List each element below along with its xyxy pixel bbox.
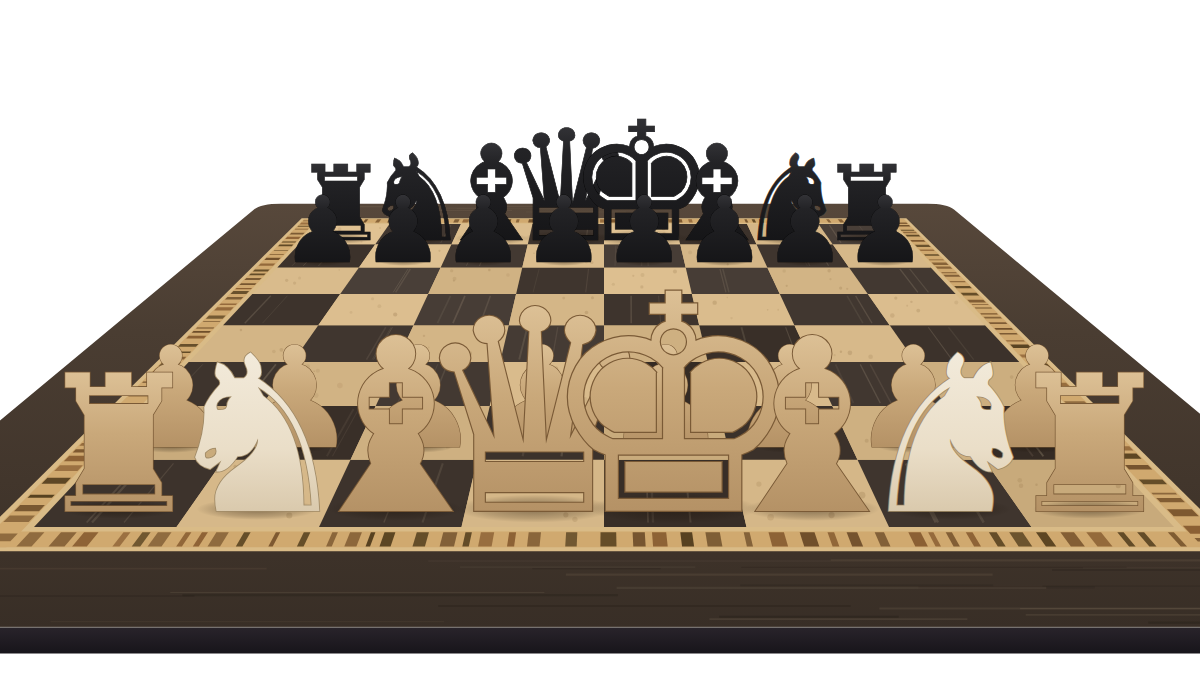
- chessboard-photo: ♜♞♝♛♚♝♞♜♟♟♟♟♟♟♟♟♟♟♟♟♟♟♟♟♜♞♝♛♚♝♞♜: [0, 0, 1200, 699]
- chess-board: ♜♞♝♛♚♝♞♜♟♟♟♟♟♟♟♟♟♟♟♟♟♟♟♟♜♞♝♛♚♝♞♜: [0, 0, 1200, 699]
- piece-black-pawn-a7[interactable]: ♟: [281, 177, 364, 284]
- piece-black-pawn-h7[interactable]: ♟: [844, 177, 927, 284]
- pieces: ♜♞♝♛♚♝♞♜♟♟♟♟♟♟♟♟♟♟♟♟♟♟♟♟♜♞♝♛♚♝♞♜: [33, 86, 1174, 582]
- piece-white-rook-h1[interactable]: ♜: [1004, 335, 1174, 556]
- board-front-edge: [0, 627, 1200, 653]
